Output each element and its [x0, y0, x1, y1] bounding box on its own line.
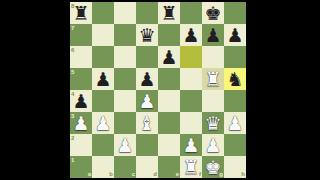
piece-white-pawn-h3[interactable]: ♟ — [224, 112, 246, 134]
piece-black-pawn-f7[interactable]: ♟ — [180, 24, 202, 46]
square-c5[interactable] — [114, 68, 136, 90]
piece-black-rook-a8[interactable]: ♜ — [70, 2, 92, 24]
square-a7[interactable]: 7 — [70, 24, 92, 46]
piece-black-pawn-g7[interactable]: ♟ — [202, 24, 224, 46]
square-a8[interactable]: 8♜ — [70, 2, 92, 24]
square-d4[interactable]: ♟ — [136, 90, 158, 112]
rank-label-7: 7 — [71, 25, 74, 31]
square-g5[interactable]: ♜ — [202, 68, 224, 90]
square-d3[interactable]: ♝ — [136, 112, 158, 134]
piece-white-queen-g3[interactable]: ♛ — [202, 112, 224, 134]
square-d5[interactable]: ♟ — [136, 68, 158, 90]
square-e8[interactable]: ♜ — [158, 2, 180, 24]
file-label-h: h — [241, 171, 245, 177]
piece-white-pawn-c2[interactable]: ♟ — [114, 134, 136, 156]
piece-black-pawn-b5[interactable]: ♟ — [92, 68, 114, 90]
square-b7[interactable] — [92, 24, 114, 46]
square-h8[interactable] — [224, 2, 246, 24]
square-a5[interactable]: 5 — [70, 68, 92, 90]
piece-black-pawn-d5[interactable]: ♟ — [136, 68, 158, 90]
square-a4[interactable]: 4♟ — [70, 90, 92, 112]
square-b4[interactable] — [92, 90, 114, 112]
square-g8[interactable]: ♚ — [202, 2, 224, 24]
square-c2[interactable]: ♟ — [114, 134, 136, 156]
square-f6[interactable] — [180, 46, 202, 68]
square-g2[interactable]: ♟ — [202, 134, 224, 156]
square-e5[interactable] — [158, 68, 180, 90]
square-h4[interactable] — [224, 90, 246, 112]
rank-label-2: 2 — [71, 135, 74, 141]
piece-black-queen-d7[interactable]: ♛ — [136, 24, 158, 46]
piece-black-pawn-e6[interactable]: ♟ — [158, 46, 180, 68]
square-d8[interactable] — [136, 2, 158, 24]
square-b8[interactable] — [92, 2, 114, 24]
rank-label-6: 6 — [71, 47, 74, 53]
square-c6[interactable] — [114, 46, 136, 68]
file-label-c: c — [132, 171, 135, 177]
square-e6[interactable]: ♟ — [158, 46, 180, 68]
piece-white-pawn-d4[interactable]: ♟ — [136, 90, 158, 112]
square-a2[interactable]: 2 — [70, 134, 92, 156]
square-h7[interactable]: ♟ — [224, 24, 246, 46]
chess-board: 8♜♜♚7♛♟♟♟6♟5♟♟♜♞4♟♟3♟♟♝♛♟2♟♟♟1abcdef♜g♚h — [70, 2, 246, 178]
square-e7[interactable] — [158, 24, 180, 46]
square-b3[interactable]: ♟ — [92, 112, 114, 134]
piece-white-pawn-a3[interactable]: ♟ — [70, 112, 92, 134]
square-g4[interactable] — [202, 90, 224, 112]
square-b1[interactable]: b — [92, 156, 114, 178]
piece-black-king-g8[interactable]: ♚ — [202, 2, 224, 24]
square-a3[interactable]: 3♟ — [70, 112, 92, 134]
square-h6[interactable] — [224, 46, 246, 68]
square-f5[interactable] — [180, 68, 202, 90]
piece-white-king-g1[interactable]: ♚ — [202, 156, 224, 178]
piece-white-pawn-b3[interactable]: ♟ — [92, 112, 114, 134]
file-label-d: d — [153, 171, 157, 177]
file-label-b: b — [109, 171, 113, 177]
piece-black-pawn-a4[interactable]: ♟ — [70, 90, 92, 112]
file-label-a: a — [88, 171, 91, 177]
file-label-e: e — [176, 171, 179, 177]
square-d1[interactable]: d — [136, 156, 158, 178]
square-e3[interactable] — [158, 112, 180, 134]
square-g6[interactable] — [202, 46, 224, 68]
square-f3[interactable] — [180, 112, 202, 134]
square-d6[interactable] — [136, 46, 158, 68]
square-g3[interactable]: ♛ — [202, 112, 224, 134]
square-c8[interactable] — [114, 2, 136, 24]
square-f4[interactable] — [180, 90, 202, 112]
square-b2[interactable] — [92, 134, 114, 156]
square-e1[interactable]: e — [158, 156, 180, 178]
square-f2[interactable]: ♟ — [180, 134, 202, 156]
square-h1[interactable]: h — [224, 156, 246, 178]
square-a1[interactable]: 1a — [70, 156, 92, 178]
square-c4[interactable] — [114, 90, 136, 112]
piece-white-rook-g5[interactable]: ♜ — [202, 68, 224, 90]
rank-label-1: 1 — [71, 157, 74, 163]
piece-black-rook-e8[interactable]: ♜ — [158, 2, 180, 24]
square-c7[interactable] — [114, 24, 136, 46]
square-d7[interactable]: ♛ — [136, 24, 158, 46]
piece-white-bishop-d3[interactable]: ♝ — [136, 112, 158, 134]
square-g7[interactable]: ♟ — [202, 24, 224, 46]
square-h2[interactable] — [224, 134, 246, 156]
square-a6[interactable]: 6 — [70, 46, 92, 68]
piece-black-pawn-h7[interactable]: ♟ — [224, 24, 246, 46]
square-c1[interactable]: c — [114, 156, 136, 178]
square-e4[interactable] — [158, 90, 180, 112]
square-b5[interactable]: ♟ — [92, 68, 114, 90]
square-e2[interactable] — [158, 134, 180, 156]
square-h5[interactable]: ♞ — [224, 68, 246, 90]
square-f1[interactable]: f♜ — [180, 156, 202, 178]
square-h3[interactable]: ♟ — [224, 112, 246, 134]
square-b6[interactable] — [92, 46, 114, 68]
piece-white-pawn-g2[interactable]: ♟ — [202, 134, 224, 156]
square-c3[interactable] — [114, 112, 136, 134]
rank-label-5: 5 — [71, 69, 74, 75]
piece-black-knight-h5[interactable]: ♞ — [224, 68, 246, 90]
square-g1[interactable]: g♚ — [202, 156, 224, 178]
piece-white-pawn-f2[interactable]: ♟ — [180, 134, 202, 156]
square-d2[interactable] — [136, 134, 158, 156]
square-f7[interactable]: ♟ — [180, 24, 202, 46]
piece-white-rook-f1[interactable]: ♜ — [180, 156, 202, 178]
square-f8[interactable] — [180, 2, 202, 24]
